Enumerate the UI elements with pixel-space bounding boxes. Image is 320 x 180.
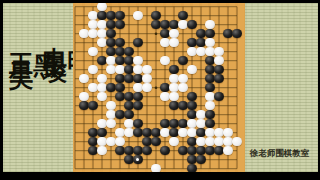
white-stone <box>106 110 115 119</box>
black-stone <box>205 65 214 74</box>
black-stone <box>133 146 142 155</box>
black-stone <box>169 65 178 74</box>
black-stone <box>205 110 214 119</box>
black-stone <box>223 29 232 38</box>
black-stone <box>214 65 223 74</box>
black-stone <box>151 128 160 137</box>
black-stone <box>88 137 97 146</box>
white-stone <box>160 128 169 137</box>
white-stone <box>205 128 214 137</box>
black-stone <box>160 146 169 155</box>
black-stone <box>205 146 214 155</box>
black-stone <box>205 56 214 65</box>
white-stone <box>133 65 142 74</box>
black-stone <box>106 47 115 56</box>
white-stone <box>133 83 142 92</box>
black-stone <box>178 146 187 155</box>
white-stone <box>196 119 205 128</box>
white-stone <box>133 11 142 20</box>
black-stone <box>160 83 169 92</box>
black-stone <box>142 137 151 146</box>
black-stone <box>142 146 151 155</box>
black-stone <box>133 119 142 128</box>
black-stone <box>115 20 124 29</box>
black-stone <box>196 128 205 137</box>
black-stone <box>97 128 106 137</box>
watermark-text: 徐老师围棋教室 <box>245 148 314 160</box>
white-stone <box>160 92 169 101</box>
black-stone <box>106 20 115 29</box>
black-stone <box>178 101 187 110</box>
black-stone <box>187 137 196 146</box>
black-stone <box>133 92 142 101</box>
white-stone <box>232 137 241 146</box>
black-stone <box>205 83 214 92</box>
black-stone <box>187 20 196 29</box>
black-stone <box>124 47 133 56</box>
black-stone <box>115 83 124 92</box>
white-stone <box>115 137 124 146</box>
black-stone <box>187 155 196 164</box>
black-stone <box>169 20 178 29</box>
white-stone <box>97 119 106 128</box>
black-player-column: 黑 王星昊 <box>9 35 57 53</box>
black-stone <box>187 110 196 119</box>
black-stone <box>88 128 97 137</box>
white-stone <box>169 29 178 38</box>
white-stone <box>97 20 106 29</box>
white-stone <box>106 137 115 146</box>
black-stone <box>133 74 142 83</box>
white-stone <box>214 137 223 146</box>
black-stone <box>187 38 196 47</box>
black-stone <box>106 83 115 92</box>
black-stone <box>106 29 115 38</box>
black-stone <box>124 65 133 74</box>
black-stone <box>214 74 223 83</box>
black-stone <box>142 128 151 137</box>
black-stone <box>97 56 106 65</box>
black-stone <box>133 128 142 137</box>
white-stone <box>88 29 97 38</box>
white-stone <box>196 110 205 119</box>
white-stone <box>106 56 115 65</box>
black-stone <box>151 11 160 20</box>
black-stone <box>115 56 124 65</box>
black-stone <box>97 11 106 20</box>
black-player-name: 王星昊 <box>9 35 33 53</box>
black-stone <box>196 155 205 164</box>
black-stone <box>88 146 97 155</box>
white-stone <box>187 65 196 74</box>
white-stone <box>160 38 169 47</box>
white-stone <box>205 137 214 146</box>
black-stone <box>214 92 223 101</box>
white-stone <box>205 101 214 110</box>
black-stone <box>160 119 169 128</box>
black-stone <box>169 101 178 110</box>
black-stone <box>178 11 187 20</box>
white-stone <box>187 128 196 137</box>
black-stone <box>196 146 205 155</box>
white-stone <box>178 83 187 92</box>
black-stone <box>169 119 178 128</box>
white-stone <box>97 29 106 38</box>
black-stone <box>160 29 169 38</box>
black-stone <box>205 29 214 38</box>
white-stone <box>223 146 232 155</box>
white-stone <box>97 74 106 83</box>
black-stone <box>214 146 223 155</box>
black-stone <box>151 20 160 29</box>
black-stone <box>124 110 133 119</box>
white-stone <box>106 101 115 110</box>
last-move-marker <box>136 158 139 161</box>
black-stone <box>115 146 124 155</box>
black-stone <box>115 38 124 47</box>
black-stone <box>187 92 196 101</box>
white-stone <box>97 83 106 92</box>
black-stone <box>196 38 205 47</box>
white-stone <box>124 119 133 128</box>
white-stone <box>97 3 106 11</box>
white-stone <box>88 20 97 29</box>
white-stone <box>169 137 178 146</box>
black-stone <box>133 155 142 164</box>
white-stone <box>151 164 160 172</box>
white-stone <box>115 65 124 74</box>
white-stone <box>106 65 115 74</box>
white-stone <box>169 74 178 83</box>
black-stone <box>115 47 124 56</box>
white-stone <box>79 92 88 101</box>
black-stone <box>187 164 196 172</box>
white-stone <box>214 128 223 137</box>
white-stone <box>97 146 106 155</box>
white-stone <box>214 56 223 65</box>
white-stone <box>97 38 106 47</box>
black-stone <box>232 29 241 38</box>
black-stone <box>196 29 205 38</box>
white-stone <box>223 128 232 137</box>
white-stone <box>142 74 151 83</box>
black-stone <box>124 56 133 65</box>
white-stone <box>160 56 169 65</box>
white-stone <box>196 137 205 146</box>
white-stone <box>88 65 97 74</box>
white-stone <box>88 11 97 20</box>
black-stone <box>106 11 115 20</box>
white-stone <box>133 56 142 65</box>
right-panel: 徐老师围棋教室 <box>245 3 318 172</box>
black-stone <box>79 101 88 110</box>
white-stone <box>124 128 133 137</box>
black-stone <box>205 119 214 128</box>
black-stone <box>115 74 124 83</box>
white-stone <box>97 92 106 101</box>
white-stone <box>205 38 214 47</box>
white-stone <box>88 83 97 92</box>
white-stone <box>187 47 196 56</box>
white-stone <box>223 137 232 146</box>
black-stone <box>187 101 196 110</box>
black-stone <box>124 92 133 101</box>
white-stone <box>205 92 214 101</box>
black-stone <box>133 101 142 110</box>
black-stone <box>169 128 178 137</box>
white-stone <box>187 119 196 128</box>
white-stone <box>178 74 187 83</box>
white-stone <box>169 83 178 92</box>
white-stone <box>178 128 187 137</box>
black-stone <box>106 38 115 47</box>
white-stone <box>79 29 88 38</box>
white-stone <box>88 47 97 56</box>
white-stone <box>97 137 106 146</box>
go-board <box>73 3 245 172</box>
white-stone <box>142 65 151 74</box>
video-frame: 白 申旻埈 黑 王星昊 徐老师围棋教室 <box>3 3 318 172</box>
white-stone <box>169 92 178 101</box>
black-stone <box>151 137 160 146</box>
black-stone <box>178 56 187 65</box>
black-stone <box>187 146 196 155</box>
black-stone <box>124 146 133 155</box>
white-stone <box>106 119 115 128</box>
white-stone <box>115 128 124 137</box>
black-stone <box>115 110 124 119</box>
black-stone <box>88 101 97 110</box>
white-stone <box>169 38 178 47</box>
black-stone <box>133 38 142 47</box>
black-stone <box>124 74 133 83</box>
black-stone <box>124 101 133 110</box>
black-stone <box>205 74 214 83</box>
black-stone <box>115 92 124 101</box>
black-stone <box>115 11 124 20</box>
white-stone <box>196 47 205 56</box>
white-stone <box>214 47 223 56</box>
white-stone <box>79 74 88 83</box>
white-stone <box>205 47 214 56</box>
white-stone <box>178 20 187 29</box>
black-stone <box>160 20 169 29</box>
white-stone <box>205 20 214 29</box>
white-stone <box>142 83 151 92</box>
black-stone <box>178 119 187 128</box>
black-stone <box>124 155 133 164</box>
players-panel: 白 申旻埈 黑 王星昊 <box>3 3 73 172</box>
black-label: 黑 <box>33 35 57 43</box>
